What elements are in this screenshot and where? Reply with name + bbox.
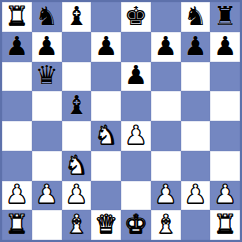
square-f5[interactable]	[151, 91, 181, 121]
square-a5[interactable]	[2, 91, 32, 121]
square-a4[interactable]	[2, 121, 32, 151]
square-b2[interactable]: ♟	[32, 181, 62, 211]
square-g7[interactable]: ♟	[181, 32, 211, 62]
white-knight[interactable]: ♞	[65, 152, 88, 178]
square-h6[interactable]	[210, 62, 240, 92]
black-bishop[interactable]: ♝	[65, 3, 88, 29]
square-d4[interactable]: ♞	[91, 121, 121, 151]
black-king[interactable]: ♚	[124, 3, 147, 29]
square-d5[interactable]	[91, 91, 121, 121]
white-pawn[interactable]: ♟	[124, 122, 147, 148]
black-bishop[interactable]: ♝	[65, 92, 88, 118]
square-b5[interactable]	[32, 91, 62, 121]
square-e6[interactable]: ♟	[121, 62, 151, 92]
black-queen[interactable]: ♛	[35, 62, 58, 88]
square-c4[interactable]	[62, 121, 92, 151]
square-a1[interactable]: ♜	[2, 210, 32, 240]
square-f4[interactable]	[151, 121, 181, 151]
square-c3[interactable]: ♞	[62, 151, 92, 181]
square-h4[interactable]	[210, 121, 240, 151]
black-pawn[interactable]: ♟	[124, 62, 147, 88]
square-e7[interactable]	[121, 32, 151, 62]
square-d1[interactable]: ♛	[91, 210, 121, 240]
square-e1[interactable]: ♚	[121, 210, 151, 240]
white-rook[interactable]: ♜	[5, 211, 28, 237]
chess-board: ♜♞♝♚♞♜♟♟♟♟♟♟♛♟♝♞♟♞♟♟♟♟♟♟♜♝♛♚♝♜	[0, 0, 242, 242]
white-rook[interactable]: ♜	[5, 3, 28, 29]
square-f7[interactable]: ♟	[151, 32, 181, 62]
square-h7[interactable]: ♟	[210, 32, 240, 62]
white-pawn[interactable]: ♟	[184, 181, 207, 207]
square-h5[interactable]	[210, 91, 240, 121]
square-d2[interactable]	[91, 181, 121, 211]
square-h3[interactable]	[210, 151, 240, 181]
square-c7[interactable]	[62, 32, 92, 62]
square-g1[interactable]	[181, 210, 211, 240]
square-c2[interactable]: ♟	[62, 181, 92, 211]
square-f6[interactable]	[151, 62, 181, 92]
square-g2[interactable]: ♟	[181, 181, 211, 211]
square-h8[interactable]: ♜	[210, 2, 240, 32]
white-queen[interactable]: ♛	[94, 211, 117, 237]
black-pawn[interactable]: ♟	[154, 33, 177, 59]
square-b4[interactable]	[32, 121, 62, 151]
black-pawn[interactable]: ♟	[213, 33, 236, 59]
square-f2[interactable]: ♟	[151, 181, 181, 211]
white-rook[interactable]: ♜	[213, 211, 236, 237]
square-e4[interactable]: ♟	[121, 121, 151, 151]
square-a6[interactable]	[2, 62, 32, 92]
square-c5[interactable]: ♝	[62, 91, 92, 121]
square-h1[interactable]: ♜	[210, 210, 240, 240]
black-pawn[interactable]: ♟	[5, 33, 28, 59]
square-b6[interactable]: ♛	[32, 62, 62, 92]
square-g8[interactable]: ♞	[181, 2, 211, 32]
black-pawn[interactable]: ♟	[35, 33, 58, 59]
square-f8[interactable]	[151, 2, 181, 32]
square-a7[interactable]: ♟	[2, 32, 32, 62]
white-king[interactable]: ♚	[124, 211, 147, 237]
black-pawn[interactable]: ♟	[94, 33, 117, 59]
white-pawn[interactable]: ♟	[5, 181, 28, 207]
square-d6[interactable]	[91, 62, 121, 92]
square-b3[interactable]	[32, 151, 62, 181]
square-c1[interactable]: ♝	[62, 210, 92, 240]
square-c8[interactable]: ♝	[62, 2, 92, 32]
white-bishop[interactable]: ♝	[65, 211, 88, 237]
black-rook[interactable]: ♜	[213, 3, 236, 29]
white-pawn[interactable]: ♟	[35, 181, 58, 207]
square-f1[interactable]: ♝	[151, 210, 181, 240]
square-g5[interactable]	[181, 91, 211, 121]
square-b8[interactable]: ♞	[32, 2, 62, 32]
square-d3[interactable]	[91, 151, 121, 181]
white-pawn[interactable]: ♟	[154, 181, 177, 207]
black-pawn[interactable]: ♟	[184, 33, 207, 59]
square-g6[interactable]	[181, 62, 211, 92]
square-a8[interactable]: ♜	[2, 2, 32, 32]
square-g3[interactable]	[181, 151, 211, 181]
square-b1[interactable]	[32, 210, 62, 240]
square-h2[interactable]: ♟	[210, 181, 240, 211]
square-a2[interactable]: ♟	[2, 181, 32, 211]
square-f3[interactable]	[151, 151, 181, 181]
square-d8[interactable]	[91, 2, 121, 32]
white-pawn[interactable]: ♟	[213, 181, 236, 207]
square-d7[interactable]: ♟	[91, 32, 121, 62]
square-g4[interactable]	[181, 121, 211, 151]
square-e3[interactable]	[121, 151, 151, 181]
white-knight[interactable]: ♞	[94, 122, 117, 148]
square-b7[interactable]: ♟	[32, 32, 62, 62]
square-a3[interactable]	[2, 151, 32, 181]
black-knight[interactable]: ♞	[184, 3, 207, 29]
white-bishop[interactable]: ♝	[154, 211, 177, 237]
square-e2[interactable]	[121, 181, 151, 211]
square-e8[interactable]: ♚	[121, 2, 151, 32]
white-pawn[interactable]: ♟	[65, 181, 88, 207]
square-c6[interactable]	[62, 62, 92, 92]
black-knight[interactable]: ♞	[35, 3, 58, 29]
square-e5[interactable]	[121, 91, 151, 121]
